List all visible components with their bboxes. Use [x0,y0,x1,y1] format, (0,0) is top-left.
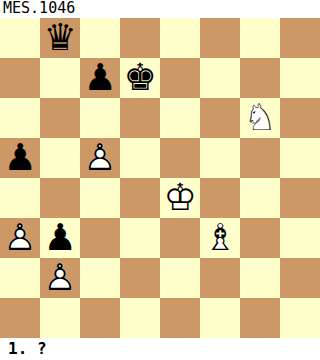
square-e3[interactable] [160,218,200,258]
square-a2[interactable] [0,258,40,298]
square-c2[interactable] [80,258,120,298]
square-b3[interactable]: ♟ [40,218,80,258]
square-a5[interactable]: ♟ [0,138,40,178]
square-e5[interactable] [160,138,200,178]
square-f8[interactable] [200,18,240,58]
square-h3[interactable] [280,218,320,258]
black-pawn-glyph: ♟ [0,138,40,178]
piece-white-knight-g6[interactable]: ♞♘ [240,98,280,138]
black-pawn-glyph: ♟ [80,58,120,98]
piece-black-pawn-b3[interactable]: ♟ [40,218,80,258]
square-c7[interactable]: ♟ [80,58,120,98]
square-h4[interactable] [280,178,320,218]
white-knight-outline: ♘ [240,98,280,138]
square-b8[interactable]: ♛ [40,18,80,58]
piece-white-king-e4[interactable]: ♚♔ [160,178,200,218]
chess-board: ♛♟♚♞♘♟♟♙♚♔♟♙♟♝♗♟♙ [0,18,320,338]
square-h5[interactable] [280,138,320,178]
square-e7[interactable] [160,58,200,98]
white-pawn-outline: ♙ [40,258,80,298]
square-c6[interactable] [80,98,120,138]
square-h2[interactable] [280,258,320,298]
square-h8[interactable] [280,18,320,58]
square-h1[interactable] [280,298,320,338]
black-pawn-glyph: ♟ [40,218,80,258]
white-king-outline: ♔ [160,178,200,218]
square-b1[interactable] [40,298,80,338]
square-b5[interactable] [40,138,80,178]
square-g7[interactable] [240,58,280,98]
square-d1[interactable] [120,298,160,338]
piece-black-king-d7[interactable]: ♚ [120,58,160,98]
square-c4[interactable] [80,178,120,218]
square-g8[interactable] [240,18,280,58]
square-a4[interactable] [0,178,40,218]
square-h6[interactable] [280,98,320,138]
square-d8[interactable] [120,18,160,58]
piece-black-queen-b8[interactable]: ♛ [40,18,80,58]
white-bishop-outline: ♗ [200,218,240,258]
square-g6[interactable]: ♞♘ [240,98,280,138]
square-d7[interactable]: ♚ [120,58,160,98]
black-queen-glyph: ♛ [40,18,80,58]
square-a6[interactable] [0,98,40,138]
square-g4[interactable] [240,178,280,218]
piece-white-pawn-c5[interactable]: ♟♙ [80,138,120,178]
square-e8[interactable] [160,18,200,58]
square-c3[interactable] [80,218,120,258]
piece-white-pawn-a3[interactable]: ♟♙ [0,218,40,258]
square-f5[interactable] [200,138,240,178]
square-d5[interactable] [120,138,160,178]
square-c5[interactable]: ♟♙ [80,138,120,178]
square-e4[interactable]: ♚♔ [160,178,200,218]
white-pawn-outline: ♙ [80,138,120,178]
piece-black-pawn-c7[interactable]: ♟ [80,58,120,98]
square-b7[interactable] [40,58,80,98]
square-b4[interactable] [40,178,80,218]
square-f3[interactable]: ♝♗ [200,218,240,258]
square-f4[interactable] [200,178,240,218]
white-pawn-outline: ♙ [0,218,40,258]
black-king-glyph: ♚ [120,58,160,98]
square-e6[interactable] [160,98,200,138]
square-g2[interactable] [240,258,280,298]
square-b6[interactable] [40,98,80,138]
square-d6[interactable] [120,98,160,138]
square-e1[interactable] [160,298,200,338]
square-e2[interactable] [160,258,200,298]
piece-white-pawn-b2[interactable]: ♟♙ [40,258,80,298]
square-f2[interactable] [200,258,240,298]
square-f7[interactable] [200,58,240,98]
move-prompt: 1. ? [0,338,320,360]
piece-black-pawn-a5[interactable]: ♟ [0,138,40,178]
square-a3[interactable]: ♟♙ [0,218,40,258]
square-f6[interactable] [200,98,240,138]
square-f1[interactable] [200,298,240,338]
square-d2[interactable] [120,258,160,298]
square-a1[interactable] [0,298,40,338]
square-g5[interactable] [240,138,280,178]
square-a7[interactable] [0,58,40,98]
square-c8[interactable] [80,18,120,58]
square-a8[interactable] [0,18,40,58]
piece-white-bishop-f3[interactable]: ♝♗ [200,218,240,258]
square-g1[interactable] [240,298,280,338]
square-g3[interactable] [240,218,280,258]
square-d4[interactable] [120,178,160,218]
square-h7[interactable] [280,58,320,98]
square-c1[interactable] [80,298,120,338]
square-b2[interactable]: ♟♙ [40,258,80,298]
square-d3[interactable] [120,218,160,258]
